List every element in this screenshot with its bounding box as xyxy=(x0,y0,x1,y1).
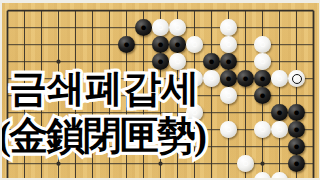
white-stone: ○ xyxy=(254,53,271,70)
black-stone: ● xyxy=(254,87,271,104)
white-stone: ○ xyxy=(254,36,271,53)
black-stone: ● xyxy=(288,121,305,138)
black-stone: ● xyxy=(288,155,305,172)
white-stone: ○ xyxy=(271,70,288,87)
white-stone: ○ xyxy=(186,36,203,53)
black-stone: ● xyxy=(135,19,152,36)
white-stone: ○ xyxy=(220,121,237,138)
black-stone: ● xyxy=(288,104,305,121)
black-stone: ● xyxy=(288,138,305,155)
letterbox-left xyxy=(0,0,2,180)
title-hanja: (金鎖閉匣勢) xyxy=(0,109,205,163)
circle-marker xyxy=(292,74,302,84)
black-stone: ● xyxy=(203,53,220,70)
title-korean: 금쇄폐갑세 xyxy=(9,63,199,114)
black-stone: ● xyxy=(169,36,186,53)
video-thumbnail: ●○○○●●●○○○●○●●○○○●●●○○○●○●●○○○●●○●○○ 금쇄폐… xyxy=(0,0,320,180)
white-stone: ○ xyxy=(152,19,169,36)
white-stone: ○ xyxy=(220,19,237,36)
white-stone: ○ xyxy=(254,121,271,138)
white-stone: ○ xyxy=(288,70,305,87)
white-stone: ○ xyxy=(203,70,220,87)
black-stone: ● xyxy=(271,104,288,121)
white-stone: ○ xyxy=(169,19,186,36)
star-point xyxy=(260,162,264,166)
black-stone: ● xyxy=(220,70,237,87)
white-stone: ○ xyxy=(237,155,254,172)
white-stone: ○ xyxy=(220,36,237,53)
black-stone: ● xyxy=(152,36,169,53)
black-stone: ● xyxy=(220,53,237,70)
white-stone: ○ xyxy=(220,87,237,104)
black-stone: ● xyxy=(254,70,271,87)
white-stone: ○ xyxy=(271,121,288,138)
black-stone: ● xyxy=(118,36,135,53)
letterbox-bottom xyxy=(0,178,320,180)
letterbox-top xyxy=(0,0,320,3)
black-stone: ● xyxy=(237,70,254,87)
